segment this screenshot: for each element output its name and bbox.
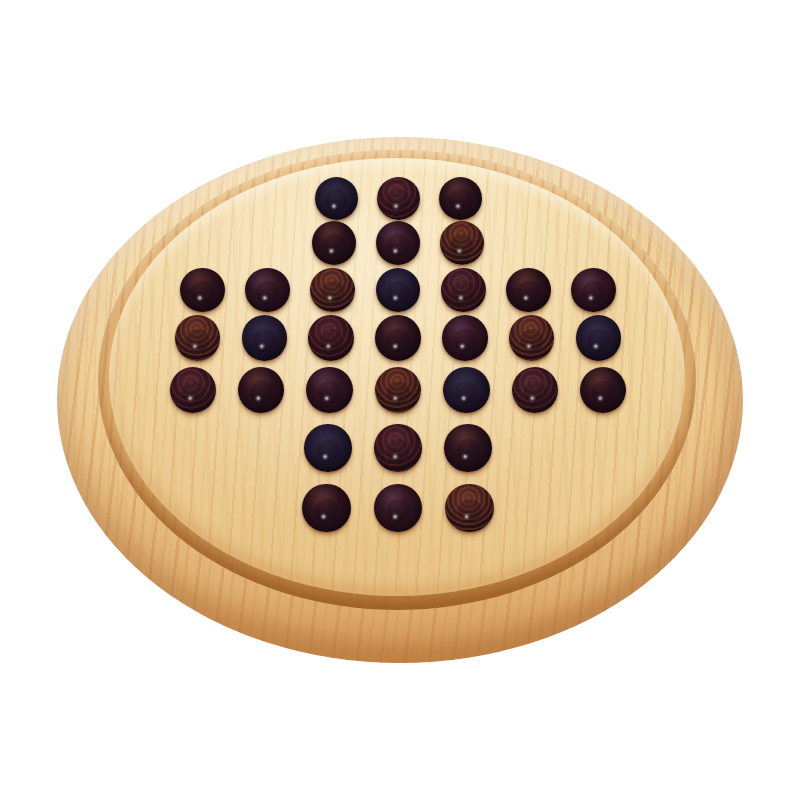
- marble-r2c3[interactable]: ●: [312, 221, 356, 265]
- peg-glyph: ●: [308, 315, 354, 361]
- marble-r7c4[interactable]: ●: [374, 484, 422, 532]
- peg-glyph: ●: [443, 367, 490, 414]
- peg-glyph: ●: [302, 484, 350, 532]
- marble-r5c3[interactable]: ●: [306, 367, 353, 414]
- marble-r6c3[interactable]: ●: [304, 424, 352, 472]
- peg-glyph: ●: [175, 315, 221, 361]
- marble-r7c5[interactable]: ●: [445, 484, 493, 532]
- marble-r1c3[interactable]: ●: [315, 177, 358, 220]
- peg-glyph: ●: [238, 367, 285, 414]
- marble-r4c1[interactable]: ●: [175, 315, 221, 361]
- peg-glyph: ●: [375, 367, 422, 414]
- marble-r4c6[interactable]: ●: [509, 315, 555, 361]
- peg-glyph: ●: [376, 268, 421, 313]
- peg-glyph: ●: [310, 268, 355, 313]
- marble-r1c4[interactable]: ●: [377, 177, 420, 220]
- peg-glyph: ●: [374, 424, 422, 472]
- marble-r3c6[interactable]: ●: [506, 268, 551, 313]
- peg-glyph: ●: [170, 367, 217, 414]
- peg-grid: ●●●●●●●●●●●●●●●●●●●●●●●●●●●●●●●●●: [0, 0, 800, 800]
- marble-r4c7[interactable]: ●: [576, 315, 622, 361]
- marble-r1c5[interactable]: ●: [439, 177, 482, 220]
- marble-r3c4[interactable]: ●: [376, 268, 421, 313]
- peg-glyph: ●: [445, 484, 493, 532]
- marble-r3c7[interactable]: ●: [571, 268, 616, 313]
- marble-r4c3[interactable]: ●: [308, 315, 354, 361]
- peg-glyph: ●: [442, 315, 488, 361]
- peg-glyph: ●: [440, 221, 484, 265]
- peg-glyph: ●: [576, 315, 622, 361]
- marble-r6c5[interactable]: ●: [444, 424, 492, 472]
- peg-glyph: ●: [580, 367, 627, 414]
- marble-r4c5[interactable]: ●: [442, 315, 488, 361]
- marble-r5c2[interactable]: ●: [238, 367, 285, 414]
- marble-r4c2[interactable]: ●: [242, 315, 288, 361]
- marble-r3c2[interactable]: ●: [245, 268, 290, 313]
- peg-glyph: ●: [374, 484, 422, 532]
- peg-glyph: ●: [180, 268, 225, 313]
- marble-r5c6[interactable]: ●: [512, 367, 559, 414]
- peg-glyph: ●: [377, 177, 420, 220]
- marble-r4c4[interactable]: ●: [375, 315, 421, 361]
- marble-r3c1[interactable]: ●: [180, 268, 225, 313]
- peg-glyph: ●: [306, 367, 353, 414]
- peg-glyph: ●: [441, 268, 486, 313]
- peg-glyph: ●: [506, 268, 551, 313]
- peg-glyph: ●: [242, 315, 288, 361]
- peg-glyph: ●: [571, 268, 616, 313]
- peg-glyph: ●: [304, 424, 352, 472]
- marble-r5c4[interactable]: ●: [375, 367, 422, 414]
- marble-r2c5[interactable]: ●: [440, 221, 484, 265]
- marble-r5c1[interactable]: ●: [170, 367, 217, 414]
- board-photo: ●●●●●●●●●●●●●●●●●●●●●●●●●●●●●●●●●: [0, 0, 800, 800]
- marble-r3c3[interactable]: ●: [310, 268, 355, 313]
- peg-glyph: ●: [512, 367, 559, 414]
- peg-glyph: ●: [444, 424, 492, 472]
- peg-glyph: ●: [376, 221, 420, 265]
- peg-glyph: ●: [375, 315, 421, 361]
- marble-r6c4[interactable]: ●: [374, 424, 422, 472]
- marble-r7c3[interactable]: ●: [302, 484, 350, 532]
- marble-r5c7[interactable]: ●: [580, 367, 627, 414]
- marble-r2c4[interactable]: ●: [376, 221, 420, 265]
- marble-r3c5[interactable]: ●: [441, 268, 486, 313]
- peg-glyph: ●: [509, 315, 555, 361]
- peg-glyph: ●: [245, 268, 290, 313]
- peg-glyph: ●: [312, 221, 356, 265]
- marble-r5c5[interactable]: ●: [443, 367, 490, 414]
- peg-glyph: ●: [315, 177, 358, 220]
- peg-glyph: ●: [439, 177, 482, 220]
